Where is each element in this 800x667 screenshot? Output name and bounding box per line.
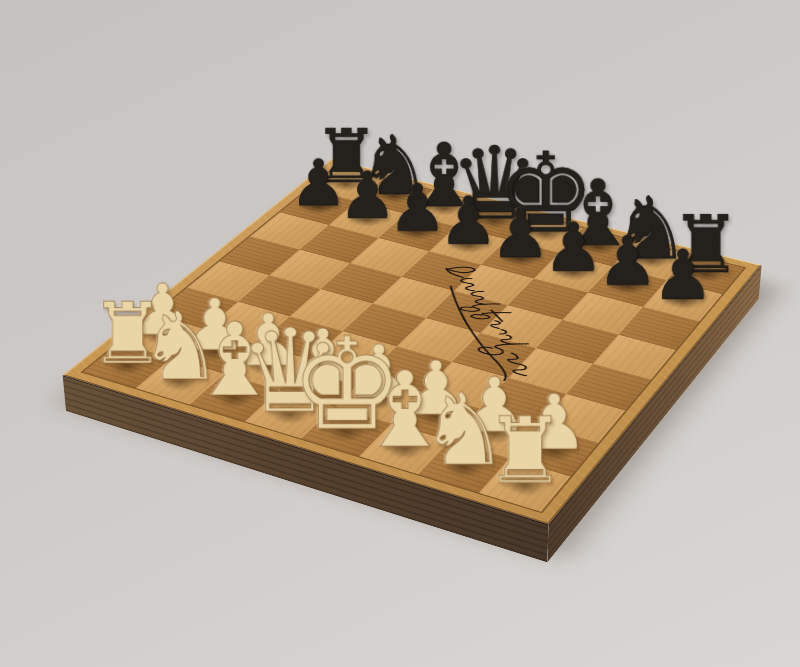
- studio-backdrop: ♜♞♝♛♚♝♞♜♟♟♟♟♟♟♟♟♟♟♟♟♟♟♟♟♜♞♝♛♚♝♞♜: [0, 0, 800, 667]
- black-pawn-glyph: ♟: [439, 188, 498, 254]
- chess-board: ♜♞♝♛♚♝♞♜♟♟♟♟♟♟♟♟♟♟♟♟♟♟♟♟♜♞♝♛♚♝♞♜: [63, 159, 762, 525]
- black-pawn-glyph: ♟: [652, 240, 714, 309]
- black-pawn-glyph: ♟: [597, 227, 658, 295]
- pieces-layer: ♜♞♝♛♚♝♞♜♟♟♟♟♟♟♟♟♟♟♟♟♟♟♟♟♜♞♝♛♚♝♞♜: [83, 167, 744, 512]
- black-pawn-glyph: ♟: [543, 213, 604, 281]
- black-pawn-glyph: ♟: [490, 200, 550, 267]
- white-rook-glyph: ♜: [484, 405, 566, 497]
